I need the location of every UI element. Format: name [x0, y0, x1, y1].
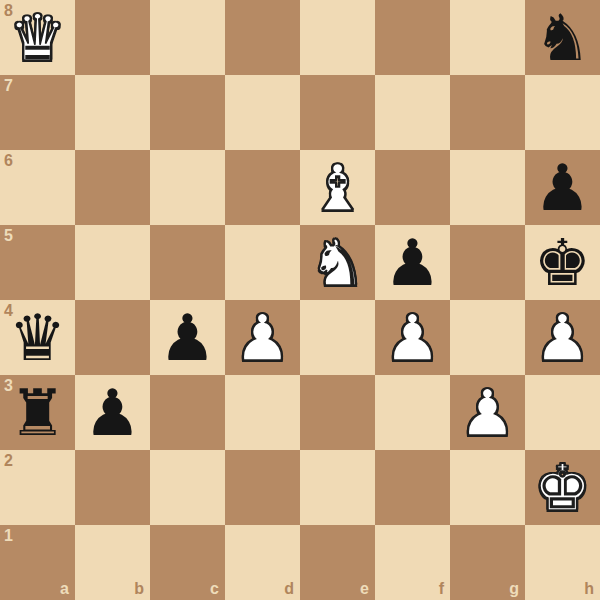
- square-g2[interactable]: [450, 450, 525, 525]
- white-bishop[interactable]: ♝: [309, 151, 366, 226]
- black-king[interactable]: ♚: [534, 226, 591, 301]
- square-c1[interactable]: c: [150, 525, 225, 600]
- square-d7[interactable]: [225, 75, 300, 150]
- file-label-a: a: [60, 581, 69, 597]
- file-label-g: g: [509, 581, 519, 597]
- square-d5[interactable]: [225, 225, 300, 300]
- square-f1[interactable]: f: [375, 525, 450, 600]
- square-h6[interactable]: ♟: [525, 150, 600, 225]
- square-b2[interactable]: [75, 450, 150, 525]
- square-b3[interactable]: ♟: [75, 375, 150, 450]
- square-b5[interactable]: [75, 225, 150, 300]
- black-rook[interactable]: ♜: [9, 376, 66, 451]
- square-h4[interactable]: ♟: [525, 300, 600, 375]
- square-a7[interactable]: 7: [0, 75, 75, 150]
- square-c5[interactable]: [150, 225, 225, 300]
- white-king[interactable]: ♚: [534, 451, 591, 526]
- white-pawn[interactable]: ♟: [234, 301, 291, 376]
- square-a1[interactable]: 1a: [0, 525, 75, 600]
- rank-label-6: 6: [4, 153, 13, 169]
- square-c8[interactable]: [150, 0, 225, 75]
- square-c4[interactable]: ♟: [150, 300, 225, 375]
- black-knight[interactable]: ♞: [534, 1, 591, 76]
- file-label-c: c: [210, 581, 219, 597]
- square-b4[interactable]: [75, 300, 150, 375]
- square-h8[interactable]: ♞: [525, 0, 600, 75]
- square-g6[interactable]: [450, 150, 525, 225]
- square-e4[interactable]: [300, 300, 375, 375]
- rank-label-2: 2: [4, 453, 13, 469]
- square-h3[interactable]: [525, 375, 600, 450]
- square-e2[interactable]: [300, 450, 375, 525]
- square-h1[interactable]: h: [525, 525, 600, 600]
- square-f5[interactable]: ♟: [375, 225, 450, 300]
- square-e1[interactable]: e: [300, 525, 375, 600]
- white-knight[interactable]: ♞: [309, 226, 366, 301]
- square-b6[interactable]: [75, 150, 150, 225]
- square-d4[interactable]: ♟: [225, 300, 300, 375]
- square-e8[interactable]: [300, 0, 375, 75]
- square-d6[interactable]: [225, 150, 300, 225]
- square-g1[interactable]: g: [450, 525, 525, 600]
- square-f3[interactable]: [375, 375, 450, 450]
- black-queen[interactable]: ♛: [9, 301, 66, 376]
- square-a4[interactable]: 4♛: [0, 300, 75, 375]
- black-pawn[interactable]: ♟: [534, 151, 591, 226]
- square-a5[interactable]: 5: [0, 225, 75, 300]
- square-f6[interactable]: [375, 150, 450, 225]
- square-d2[interactable]: [225, 450, 300, 525]
- square-b7[interactable]: [75, 75, 150, 150]
- chess-board: 8♛♞76♝♟5♞♟♚4♛♟♟♟♟3♜♟♟2♚1abcdefgh: [0, 0, 600, 600]
- square-f8[interactable]: [375, 0, 450, 75]
- square-a8[interactable]: 8♛: [0, 0, 75, 75]
- square-f4[interactable]: ♟: [375, 300, 450, 375]
- white-queen[interactable]: ♛: [9, 1, 66, 76]
- square-d8[interactable]: [225, 0, 300, 75]
- square-d1[interactable]: d: [225, 525, 300, 600]
- rank-label-7: 7: [4, 78, 13, 94]
- file-label-f: f: [439, 581, 444, 597]
- square-c3[interactable]: [150, 375, 225, 450]
- white-pawn[interactable]: ♟: [459, 376, 516, 451]
- file-label-b: b: [134, 581, 144, 597]
- square-a3[interactable]: 3♜: [0, 375, 75, 450]
- square-e5[interactable]: ♞: [300, 225, 375, 300]
- square-g3[interactable]: ♟: [450, 375, 525, 450]
- square-d3[interactable]: [225, 375, 300, 450]
- square-g7[interactable]: [450, 75, 525, 150]
- black-pawn[interactable]: ♟: [84, 376, 141, 451]
- square-b1[interactable]: b: [75, 525, 150, 600]
- square-e6[interactable]: ♝: [300, 150, 375, 225]
- square-f7[interactable]: [375, 75, 450, 150]
- white-pawn[interactable]: ♟: [384, 301, 441, 376]
- square-a2[interactable]: 2: [0, 450, 75, 525]
- rank-label-1: 1: [4, 528, 13, 544]
- file-label-d: d: [284, 581, 294, 597]
- square-a6[interactable]: 6: [0, 150, 75, 225]
- white-pawn[interactable]: ♟: [534, 301, 591, 376]
- square-c2[interactable]: [150, 450, 225, 525]
- square-c7[interactable]: [150, 75, 225, 150]
- black-pawn[interactable]: ♟: [159, 301, 216, 376]
- file-label-e: e: [360, 581, 369, 597]
- square-b8[interactable]: [75, 0, 150, 75]
- square-g5[interactable]: [450, 225, 525, 300]
- square-h7[interactable]: [525, 75, 600, 150]
- square-c6[interactable]: [150, 150, 225, 225]
- square-e3[interactable]: [300, 375, 375, 450]
- square-g4[interactable]: [450, 300, 525, 375]
- file-label-h: h: [584, 581, 594, 597]
- square-g8[interactable]: [450, 0, 525, 75]
- square-e7[interactable]: [300, 75, 375, 150]
- square-h2[interactable]: ♚: [525, 450, 600, 525]
- square-f2[interactable]: [375, 450, 450, 525]
- rank-label-5: 5: [4, 228, 13, 244]
- black-pawn[interactable]: ♟: [384, 226, 441, 301]
- square-h5[interactable]: ♚: [525, 225, 600, 300]
